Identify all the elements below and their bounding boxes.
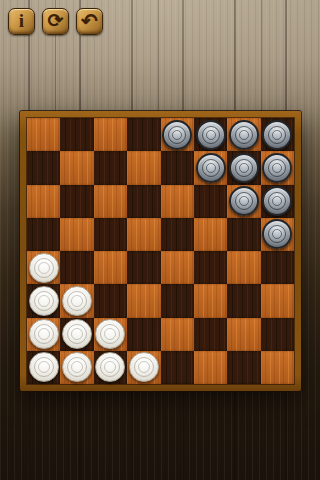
piece-ring (104, 361, 116, 373)
square-e2[interactable] (161, 318, 194, 351)
square-c5[interactable] (94, 218, 127, 251)
info-icon: i (19, 10, 24, 32)
piece-ring (268, 159, 286, 177)
square-b8[interactable] (60, 118, 93, 151)
piece-ring (239, 163, 249, 173)
piece-silver[interactable] (262, 186, 292, 216)
piece-ring (38, 361, 50, 373)
piece-ring (100, 324, 120, 344)
square-b3[interactable] (60, 284, 93, 317)
square-a2[interactable] (27, 318, 60, 351)
square-c7[interactable] (94, 151, 127, 184)
square-a3[interactable] (27, 284, 60, 317)
square-g1[interactable] (227, 351, 260, 384)
piece-silver[interactable] (262, 219, 292, 249)
square-b6[interactable] (60, 185, 93, 218)
square-b2[interactable] (60, 318, 93, 351)
square-c3[interactable] (94, 284, 127, 317)
piece-ring (67, 324, 87, 344)
square-f7[interactable] (194, 151, 227, 184)
square-d4[interactable] (127, 251, 160, 284)
piece-ring (268, 225, 286, 243)
square-f5[interactable] (194, 218, 227, 251)
square-g5[interactable] (227, 218, 260, 251)
square-c4[interactable] (94, 251, 127, 284)
square-f4[interactable] (194, 251, 227, 284)
piece-ring (268, 192, 286, 210)
square-g7[interactable] (227, 151, 260, 184)
piece-ring (272, 196, 282, 206)
piece-ring (239, 196, 249, 206)
piece-silver[interactable] (196, 153, 226, 183)
square-c6[interactable] (94, 185, 127, 218)
square-c2[interactable] (94, 318, 127, 351)
piece-ring (71, 361, 83, 373)
square-c1[interactable] (94, 351, 127, 384)
piece-white[interactable] (62, 352, 92, 382)
piece-white[interactable] (29, 319, 59, 349)
square-f6[interactable] (194, 185, 227, 218)
piece-ring (206, 163, 216, 173)
square-h7[interactable] (261, 151, 294, 184)
square-a7[interactable] (27, 151, 60, 184)
square-a6[interactable] (27, 185, 60, 218)
piece-white[interactable] (62, 319, 92, 349)
square-h8[interactable] (261, 118, 294, 151)
piece-ring (272, 130, 282, 140)
piece-silver[interactable] (229, 153, 259, 183)
square-d5[interactable] (127, 218, 160, 251)
board-frame (20, 111, 301, 391)
piece-ring (38, 262, 50, 274)
square-h3[interactable] (261, 284, 294, 317)
piece-white[interactable] (29, 352, 59, 382)
piece-ring (67, 291, 87, 311)
square-d6[interactable] (127, 185, 160, 218)
info-button[interactable]: i (8, 8, 35, 35)
piece-ring (268, 126, 286, 144)
piece-ring (38, 328, 50, 340)
piece-white[interactable] (62, 286, 92, 316)
piece-ring (34, 291, 54, 311)
undo-icon: ↶ (81, 9, 98, 33)
piece-ring (202, 126, 220, 144)
square-e8[interactable] (161, 118, 194, 151)
square-h4[interactable] (261, 251, 294, 284)
square-c8[interactable] (94, 118, 127, 151)
square-a1[interactable] (27, 351, 60, 384)
square-d7[interactable] (127, 151, 160, 184)
restart-icon: ⟳ (48, 9, 64, 32)
piece-ring (168, 126, 186, 144)
piece-silver[interactable] (196, 120, 226, 150)
square-e5[interactable] (161, 218, 194, 251)
piece-silver[interactable] (262, 153, 292, 183)
piece-white[interactable] (29, 253, 59, 283)
square-h2[interactable] (261, 318, 294, 351)
square-f2[interactable] (194, 318, 227, 351)
piece-ring (202, 159, 220, 177)
piece-ring (239, 130, 249, 140)
square-b1[interactable] (60, 351, 93, 384)
square-g3[interactable] (227, 284, 260, 317)
square-a8[interactable] (27, 118, 60, 151)
square-h1[interactable] (261, 351, 294, 384)
square-g6[interactable] (227, 185, 260, 218)
piece-ring (104, 328, 116, 340)
board (27, 118, 294, 384)
piece-ring (71, 328, 83, 340)
piece-silver[interactable] (229, 120, 259, 150)
piece-ring (34, 357, 54, 377)
piece-ring (172, 130, 182, 140)
piece-silver[interactable] (229, 186, 259, 216)
square-e4[interactable] (161, 251, 194, 284)
piece-ring (235, 192, 253, 210)
square-a5[interactable] (27, 218, 60, 251)
piece-ring (235, 159, 253, 177)
undo-button[interactable]: ↶ (76, 8, 103, 35)
square-d2[interactable] (127, 318, 160, 351)
piece-ring (138, 361, 150, 373)
piece-ring (34, 258, 54, 278)
square-b5[interactable] (60, 218, 93, 251)
piece-ring (272, 229, 282, 239)
piece-ring (38, 295, 50, 307)
square-g8[interactable] (227, 118, 260, 151)
square-g2[interactable] (227, 318, 260, 351)
square-b7[interactable] (60, 151, 93, 184)
square-e3[interactable] (161, 284, 194, 317)
app-background: i ⟳ ↶ (0, 0, 320, 480)
piece-ring (134, 357, 154, 377)
square-e6[interactable] (161, 185, 194, 218)
piece-ring (34, 324, 54, 344)
square-d8[interactable] (127, 118, 160, 151)
piece-white[interactable] (129, 352, 159, 382)
piece-ring (100, 357, 120, 377)
piece-ring (235, 126, 253, 144)
square-a4[interactable] (27, 251, 60, 284)
piece-ring (272, 163, 282, 173)
square-g4[interactable] (227, 251, 260, 284)
restart-button[interactable]: ⟳ (42, 8, 69, 35)
square-b4[interactable] (60, 251, 93, 284)
piece-ring (67, 357, 87, 377)
square-d3[interactable] (127, 284, 160, 317)
piece-silver[interactable] (162, 120, 192, 150)
square-f8[interactable] (194, 118, 227, 151)
square-h6[interactable] (261, 185, 294, 218)
square-f3[interactable] (194, 284, 227, 317)
square-h5[interactable] (261, 218, 294, 251)
piece-white[interactable] (95, 319, 125, 349)
piece-silver[interactable] (262, 120, 292, 150)
square-e1[interactable] (161, 351, 194, 384)
piece-white[interactable] (95, 352, 125, 382)
square-e7[interactable] (161, 151, 194, 184)
piece-ring (71, 295, 83, 307)
piece-ring (206, 130, 216, 140)
square-f1[interactable] (194, 351, 227, 384)
piece-white[interactable] (29, 286, 59, 316)
square-d1[interactable] (127, 351, 160, 384)
